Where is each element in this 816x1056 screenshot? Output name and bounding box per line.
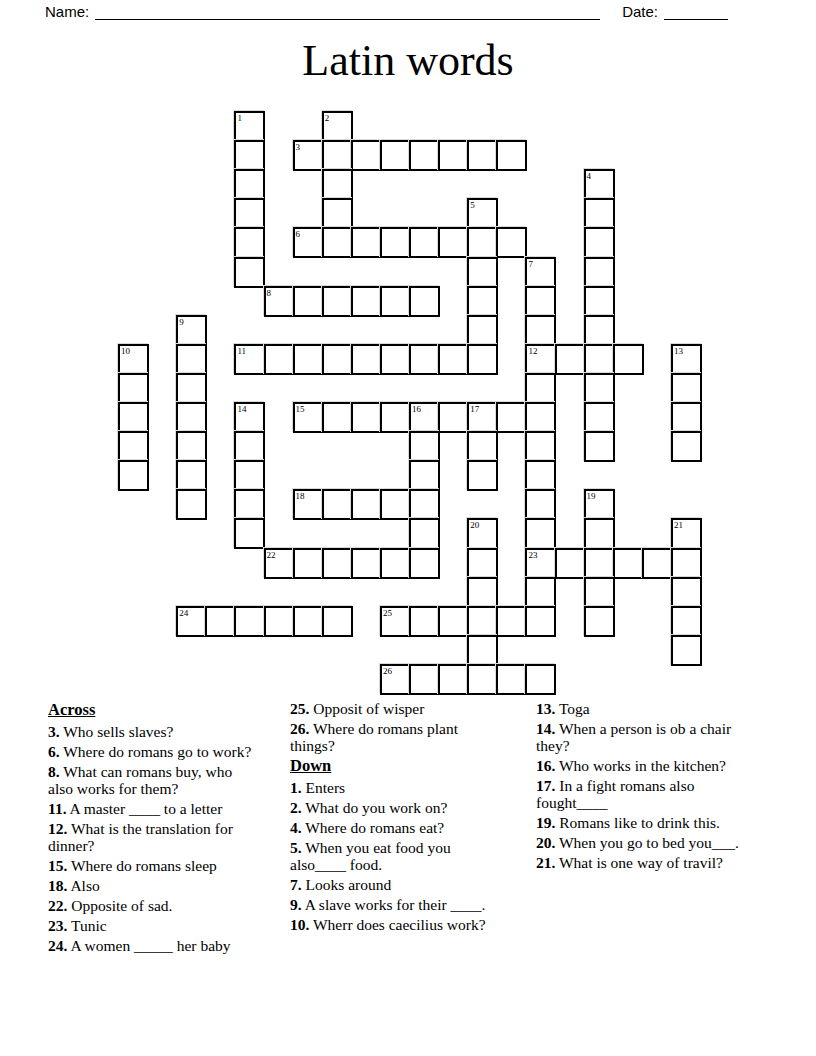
clue-item: 26. Where do romans plant things? xyxy=(290,720,506,754)
clue-item-number: 19. xyxy=(536,814,555,831)
clue-number: 3 xyxy=(296,142,301,152)
grid-cell[interactable] xyxy=(671,577,702,608)
clue-item: 14. When a person is ob a chair they? xyxy=(536,720,751,754)
header-row: Name: Date: xyxy=(45,3,771,20)
grid-cell[interactable]: 18 xyxy=(293,489,324,520)
clue-item: 9. A slave works for their ____. xyxy=(290,896,506,913)
grid-cell[interactable] xyxy=(438,606,469,637)
grid-cell[interactable] xyxy=(409,140,440,171)
grid-cell[interactable] xyxy=(293,286,324,317)
grid-cell[interactable]: 16 xyxy=(409,402,440,433)
grid-cell[interactable] xyxy=(322,344,353,375)
grid-cell[interactable] xyxy=(438,140,469,171)
grid-cell[interactable] xyxy=(671,606,702,637)
grid-cell[interactable] xyxy=(234,257,265,288)
clue-number: 16 xyxy=(412,404,421,414)
grid-cell[interactable]: 26 xyxy=(380,664,411,695)
crossword-worksheet: Name: Date: Latin words 1234567891011121… xyxy=(0,0,816,1056)
clue-item-number: 21. xyxy=(536,854,555,871)
grid-cell[interactable] xyxy=(467,315,498,346)
grid-cell[interactable] xyxy=(671,373,702,404)
clue-number: 4 xyxy=(587,171,592,181)
clue-item: 8. What can romans buy, who also works f… xyxy=(48,763,256,797)
grid-cell[interactable] xyxy=(467,286,498,317)
clue-item: 4. Where do romans eat? xyxy=(290,819,506,836)
grid-cell[interactable] xyxy=(322,169,353,200)
clue-number: 17 xyxy=(470,404,479,414)
clue-item-number: 4. xyxy=(290,819,302,836)
grid-cell[interactable] xyxy=(234,227,265,258)
grid-cell[interactable] xyxy=(467,664,498,695)
grid-cell[interactable] xyxy=(584,344,615,375)
clue-number: 1 xyxy=(237,113,242,123)
grid-cell[interactable] xyxy=(584,402,615,433)
clue-item: 13. Toga xyxy=(536,700,751,717)
grid-cell[interactable] xyxy=(322,489,353,520)
grid-cell[interactable] xyxy=(525,577,556,608)
grid-cell[interactable] xyxy=(496,140,527,171)
date-blank-line[interactable] xyxy=(664,4,728,20)
clue-number: 8 xyxy=(267,288,272,298)
clue-item-number: 13. xyxy=(536,700,555,717)
down-heading: Down xyxy=(290,757,506,774)
clue-item: 6. Where do romans go to work? xyxy=(48,743,256,760)
grid-cell[interactable]: 13 xyxy=(671,344,702,375)
grid-cell[interactable] xyxy=(467,635,498,666)
grid-cell[interactable]: 9 xyxy=(176,315,207,346)
grid-cell[interactable]: 10 xyxy=(118,344,149,375)
clue-number: 25 xyxy=(383,608,392,618)
clue-item: 21. What is one way of travil? xyxy=(536,854,751,871)
clue-number: 6 xyxy=(296,229,301,239)
grid-cell[interactable] xyxy=(467,227,498,258)
clue-item-number: 18. xyxy=(48,877,67,894)
grid-cell[interactable] xyxy=(525,373,556,404)
grid-cell[interactable]: 20 xyxy=(467,518,498,549)
name-label: Name: xyxy=(45,3,95,20)
clues-column-2: 25. Opposit of wisper26. Where do romans… xyxy=(290,700,506,936)
grid-cell[interactable] xyxy=(613,344,644,375)
grid-cell[interactable] xyxy=(438,402,469,433)
clue-item: 22. Opposite of sad. xyxy=(48,897,256,914)
clue-item-number: 11. xyxy=(48,800,67,817)
clue-number: 18 xyxy=(296,491,305,501)
clue-item-number: 23. xyxy=(48,917,67,934)
grid-cell[interactable] xyxy=(322,402,353,433)
grid-cell[interactable] xyxy=(467,577,498,608)
grid-cell[interactable] xyxy=(409,227,440,258)
grid-cell[interactable]: 21 xyxy=(671,518,702,549)
across-heading: Across xyxy=(48,701,256,718)
grid-cell[interactable] xyxy=(467,460,498,491)
clue-number: 15 xyxy=(296,404,305,414)
clue-item: 3. Who sells slaves? xyxy=(48,723,256,740)
grid-cell[interactable] xyxy=(525,664,556,695)
grid-cell[interactable] xyxy=(234,140,265,171)
grid-cell[interactable] xyxy=(380,286,411,317)
grid-cell[interactable] xyxy=(176,402,207,433)
clue-item: 10. Wherr does caecilius work? xyxy=(290,916,506,933)
clue-item-number: 15. xyxy=(48,857,67,874)
grid-cell[interactable] xyxy=(438,664,469,695)
clue-item: 16. Who works in the kitchen? xyxy=(536,757,751,774)
grid-cell[interactable] xyxy=(322,286,353,317)
clue-item: 19. Romans like to drink this. xyxy=(536,814,751,831)
grid-cell[interactable] xyxy=(671,402,702,433)
grid-cell[interactable] xyxy=(234,431,265,462)
clue-number: 24 xyxy=(179,608,188,618)
clue-number: 2 xyxy=(325,113,330,123)
grid-cell[interactable] xyxy=(234,169,265,200)
clue-item-number: 26. xyxy=(290,720,309,737)
grid-cell[interactable] xyxy=(264,344,295,375)
clue-item: 25. Opposit of wisper xyxy=(290,700,506,717)
grid-cell[interactable] xyxy=(293,606,324,637)
grid-cell[interactable] xyxy=(671,431,702,462)
grid-cell[interactable] xyxy=(409,460,440,491)
clue-item: 17. In a fight romans also fought____ xyxy=(536,777,751,811)
grid-cell[interactable] xyxy=(380,489,411,520)
grid-cell[interactable] xyxy=(234,518,265,549)
clue-item-number: 7. xyxy=(290,876,302,893)
grid-cell[interactable] xyxy=(525,606,556,637)
grid-cell[interactable]: 5 xyxy=(467,198,498,229)
grid-cell[interactable] xyxy=(555,548,586,579)
grid-cell[interactable] xyxy=(525,315,556,346)
grid-cell[interactable] xyxy=(525,286,556,317)
page-title: Latin words xyxy=(0,36,816,86)
clue-item: 2. What do you work on? xyxy=(290,799,506,816)
grid-cell[interactable] xyxy=(351,140,382,171)
clue-item: 1. Enters xyxy=(290,779,506,796)
grid-cell[interactable] xyxy=(467,140,498,171)
grid-cell[interactable] xyxy=(584,548,615,579)
grid-cell[interactable] xyxy=(467,606,498,637)
grid-cell[interactable]: 19 xyxy=(584,489,615,520)
grid-cell[interactable] xyxy=(438,227,469,258)
clue-item-number: 20. xyxy=(536,834,555,851)
grid-cell[interactable] xyxy=(351,344,382,375)
grid-cell[interactable] xyxy=(118,373,149,404)
grid-cell[interactable] xyxy=(234,606,265,637)
clue-item-number: 22. xyxy=(48,897,67,914)
grid-cell[interactable] xyxy=(322,227,353,258)
clue-item: 15. Where do romans sleep xyxy=(48,857,256,874)
clue-item: 12. What is the translation for dinner? xyxy=(48,820,256,854)
clue-item: 5. When you eat food you also____ food. xyxy=(290,839,506,873)
grid-cell[interactable]: 6 xyxy=(293,227,324,258)
name-blank-line[interactable] xyxy=(95,4,600,20)
grid-cell[interactable]: 3 xyxy=(293,140,324,171)
clue-number: 13 xyxy=(674,346,683,356)
grid-cell[interactable]: 4 xyxy=(584,169,615,200)
grid-cell[interactable] xyxy=(118,402,149,433)
clue-item-number: 14. xyxy=(536,720,555,737)
grid-cell[interactable] xyxy=(409,606,440,637)
grid-cell[interactable] xyxy=(525,518,556,549)
grid-cell[interactable]: 24 xyxy=(176,606,207,637)
grid-cell[interactable] xyxy=(584,286,615,317)
grid-cell[interactable]: 15 xyxy=(293,402,324,433)
grid-cell[interactable] xyxy=(671,548,702,579)
grid-cell[interactable] xyxy=(584,257,615,288)
grid-cell[interactable] xyxy=(671,635,702,666)
grid-cell[interactable] xyxy=(496,606,527,637)
grid-cell[interactable]: 25 xyxy=(380,606,411,637)
clue-item: 20. When you go to bed you___. xyxy=(536,834,751,851)
clue-item-number: 8. xyxy=(48,763,60,780)
grid-cell[interactable] xyxy=(642,548,673,579)
grid-cell[interactable] xyxy=(380,227,411,258)
grid-cell[interactable] xyxy=(409,518,440,549)
grid-cell[interactable] xyxy=(351,227,382,258)
grid-cell[interactable] xyxy=(293,548,324,579)
grid-cell[interactable]: 11 xyxy=(234,344,265,375)
grid-cell[interactable] xyxy=(525,402,556,433)
clue-item: 18. Also xyxy=(48,877,256,894)
grid-cell[interactable] xyxy=(584,198,615,229)
clue-item: 7. Looks around xyxy=(290,876,506,893)
grid-cell[interactable] xyxy=(409,548,440,579)
clue-number: 23 xyxy=(528,550,537,560)
grid-cell[interactable] xyxy=(584,227,615,258)
clue-number: 9 xyxy=(179,317,184,327)
grid-cell[interactable]: 2 xyxy=(322,111,353,142)
grid-cell[interactable] xyxy=(234,489,265,520)
grid-cell[interactable] xyxy=(467,548,498,579)
grid-cell[interactable]: 22 xyxy=(264,548,295,579)
clue-number: 7 xyxy=(528,259,533,269)
clue-item-number: 3. xyxy=(48,723,60,740)
grid-cell[interactable] xyxy=(555,344,586,375)
grid-cell[interactable] xyxy=(525,431,556,462)
grid-cell[interactable]: 17 xyxy=(467,402,498,433)
clue-number: 19 xyxy=(587,491,596,501)
grid-cell[interactable] xyxy=(351,286,382,317)
grid-cell[interactable] xyxy=(380,140,411,171)
grid-cell[interactable] xyxy=(438,344,469,375)
clue-item: 23. Tunic xyxy=(48,917,256,934)
clue-item-number: 6. xyxy=(48,743,60,760)
grid-cell[interactable] xyxy=(118,431,149,462)
grid-cell[interactable] xyxy=(584,577,615,608)
grid-cell[interactable] xyxy=(351,489,382,520)
clues-column-3: 13. Toga14. When a person is ob a chair … xyxy=(536,700,751,874)
grid-cell[interactable] xyxy=(264,606,295,637)
clue-number: 22 xyxy=(267,550,276,560)
grid-cell[interactable]: 7 xyxy=(525,257,556,288)
grid-cell[interactable] xyxy=(176,373,207,404)
grid-cell[interactable] xyxy=(293,344,324,375)
clue-item-number: 12. xyxy=(48,820,67,837)
clue-item-number: 10. xyxy=(290,916,309,933)
clue-item-number: 2. xyxy=(290,799,302,816)
clue-number: 10 xyxy=(121,346,130,356)
clue-number: 21 xyxy=(674,520,683,530)
clue-number: 12 xyxy=(528,346,537,356)
clue-item-number: 9. xyxy=(290,896,302,913)
grid-cell[interactable]: 1 xyxy=(234,111,265,142)
grid-cell[interactable] xyxy=(351,548,382,579)
clue-item-number: 24. xyxy=(48,937,67,954)
grid-cell[interactable] xyxy=(380,548,411,579)
grid-cell[interactable]: 8 xyxy=(264,286,295,317)
grid-cell[interactable] xyxy=(234,198,265,229)
grid-cell[interactable] xyxy=(584,373,615,404)
clue-number: 5 xyxy=(470,200,475,210)
grid-cell[interactable]: 14 xyxy=(234,402,265,433)
grid-cell[interactable] xyxy=(409,431,440,462)
grid-cell[interactable]: 23 xyxy=(525,548,556,579)
grid-cell[interactable] xyxy=(409,489,440,520)
grid-cell[interactable] xyxy=(496,227,527,258)
grid-cell[interactable] xyxy=(613,548,644,579)
grid-cell[interactable] xyxy=(322,548,353,579)
clue-number: 11 xyxy=(237,346,246,356)
clue-number: 20 xyxy=(470,520,479,530)
clue-number: 14 xyxy=(237,404,246,414)
clue-item: 11. A master ____ to a letter xyxy=(48,800,256,817)
grid-cell[interactable] xyxy=(234,460,265,491)
grid-cell[interactable] xyxy=(409,344,440,375)
grid-cell[interactable] xyxy=(525,489,556,520)
grid-cell[interactable] xyxy=(467,344,498,375)
grid-cell[interactable] xyxy=(322,606,353,637)
clues-column-1: Across 3. Who sells slaves?6. Where do r… xyxy=(48,700,256,957)
clue-item: 24. A women _____ her baby xyxy=(48,937,256,954)
grid-cell[interactable] xyxy=(496,402,527,433)
grid-cell[interactable] xyxy=(584,315,615,346)
grid-cell[interactable] xyxy=(525,460,556,491)
grid-cell[interactable] xyxy=(584,606,615,637)
grid-cell[interactable] xyxy=(409,286,440,317)
clue-item-number: 17. xyxy=(536,777,555,794)
grid-cell[interactable] xyxy=(380,344,411,375)
grid-cell[interactable] xyxy=(467,257,498,288)
grid-cell[interactable] xyxy=(409,664,440,695)
grid-cell[interactable] xyxy=(322,198,353,229)
clue-item-number: 1. xyxy=(290,779,302,796)
grid-cell[interactable] xyxy=(205,606,236,637)
clue-item-number: 25. xyxy=(290,700,309,717)
clue-item-number: 5. xyxy=(290,839,302,856)
date-label: Date: xyxy=(622,3,664,20)
grid-cell[interactable] xyxy=(176,460,207,491)
grid-cell[interactable] xyxy=(380,402,411,433)
grid-cell[interactable] xyxy=(176,431,207,462)
grid-cell[interactable] xyxy=(584,431,615,462)
grid-cell[interactable] xyxy=(118,460,149,491)
grid-cell[interactable] xyxy=(351,402,382,433)
grid-cell[interactable]: 12 xyxy=(525,344,556,375)
grid-cell[interactable] xyxy=(496,664,527,695)
grid-cell[interactable] xyxy=(584,518,615,549)
clue-item-number: 16. xyxy=(536,757,555,774)
grid-cell[interactable] xyxy=(176,489,207,520)
grid-cell[interactable] xyxy=(176,344,207,375)
grid-cell[interactable] xyxy=(322,140,353,171)
grid-cell[interactable] xyxy=(467,431,498,462)
clue-number: 26 xyxy=(383,666,392,676)
crossword-grid: 1234567891011121314151617181920212223242… xyxy=(118,111,702,695)
